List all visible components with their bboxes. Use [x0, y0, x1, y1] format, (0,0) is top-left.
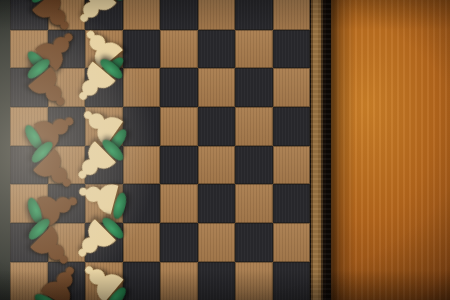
board-frame-edge	[310, 0, 331, 300]
chessboard-photo-scene: ♟♟♟♟♟♟♟♟♟♟♟♟♟♟♟♟	[0, 0, 450, 300]
chessboard: ♟♟♟♟♟♟♟♟♟♟♟♟♟♟♟♟	[0, 0, 331, 300]
pieces-layer: ♟♟♟♟♟♟♟♟♟♟♟♟♟♟♟♟	[0, 0, 331, 300]
table-surface	[331, 0, 450, 300]
